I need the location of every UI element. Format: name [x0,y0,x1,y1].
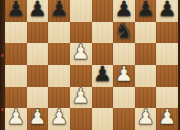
frame-knot [1,54,4,57]
square-b2[interactable]: ♟ [27,108,49,130]
square-d2[interactable] [70,108,92,130]
piece-black-pawn-c7[interactable]: ♟ [50,0,69,21]
square-a6[interactable] [5,22,27,44]
piece-white-pawn-a2[interactable]: ♟ [6,108,25,129]
square-b4[interactable] [27,65,49,87]
square-g2[interactable]: ♟ [135,108,157,130]
square-f2[interactable] [113,108,135,130]
square-b6[interactable] [27,22,49,44]
square-c3[interactable] [48,87,70,109]
square-h4[interactable] [156,65,178,87]
chess-board: ♟♟♟♟♟♟♞♟♟♟♟♟♟♟♟♟ [5,0,178,130]
square-a4[interactable] [5,65,27,87]
square-f3[interactable] [113,87,135,109]
square-b7[interactable]: ♟ [27,0,49,22]
square-e3[interactable] [92,87,114,109]
square-a3[interactable] [5,87,27,109]
piece-white-pawn-f4[interactable]: ♟ [115,65,134,86]
square-c5[interactable] [48,43,70,65]
square-e7[interactable] [92,0,114,22]
square-b3[interactable] [27,87,49,109]
square-g5[interactable] [135,43,157,65]
piece-black-pawn-g7[interactable]: ♟ [136,0,155,21]
piece-black-pawn-a7[interactable]: ♟ [6,0,25,21]
square-e6[interactable] [92,22,114,44]
square-f6[interactable]: ♞ [113,22,135,44]
square-d5[interactable]: ♟ [70,43,92,65]
square-d7[interactable] [70,0,92,22]
square-c2[interactable]: ♟ [48,108,70,130]
piece-black-pawn-e4[interactable]: ♟ [93,65,112,86]
square-e2[interactable] [92,108,114,130]
board-frame-right [178,0,180,130]
square-f7[interactable]: ♟ [113,0,135,22]
square-c6[interactable] [48,22,70,44]
square-d3[interactable]: ♟ [70,87,92,109]
square-g3[interactable] [135,87,157,109]
piece-black-knight-f6[interactable]: ♞ [115,22,134,43]
square-e4[interactable]: ♟ [92,65,114,87]
square-g7[interactable]: ♟ [135,0,157,22]
square-h7[interactable]: ♟ [156,0,178,22]
square-d6[interactable] [70,22,92,44]
piece-white-pawn-h2[interactable]: ♟ [158,108,177,129]
frame-knot [1,108,4,111]
piece-black-pawn-h7[interactable]: ♟ [158,0,177,21]
piece-white-pawn-b2[interactable]: ♟ [28,108,47,129]
square-f5[interactable] [113,43,135,65]
piece-black-pawn-f7[interactable]: ♟ [115,0,134,21]
piece-white-pawn-g2[interactable]: ♟ [136,108,155,129]
square-g4[interactable] [135,65,157,87]
square-h3[interactable] [156,87,178,109]
piece-white-pawn-d3[interactable]: ♟ [71,87,90,108]
square-c4[interactable] [48,65,70,87]
square-a7[interactable]: ♟ [5,0,27,22]
square-c7[interactable]: ♟ [48,0,70,22]
square-a2[interactable]: ♟ [5,108,27,130]
square-a5[interactable] [5,43,27,65]
square-b5[interactable] [27,43,49,65]
square-g6[interactable] [135,22,157,44]
piece-white-pawn-c2[interactable]: ♟ [50,108,69,129]
square-f4[interactable]: ♟ [113,65,135,87]
square-h2[interactable]: ♟ [156,108,178,130]
piece-black-pawn-b7[interactable]: ♟ [28,0,47,21]
piece-white-pawn-d5[interactable]: ♟ [71,43,90,64]
chess-board-screenshot: ♟♟♟♟♟♟♞♟♟♟♟♟♟♟♟♟ [0,0,180,130]
square-d4[interactable] [70,65,92,87]
square-e5[interactable] [92,43,114,65]
square-h5[interactable] [156,43,178,65]
square-h6[interactable] [156,22,178,44]
